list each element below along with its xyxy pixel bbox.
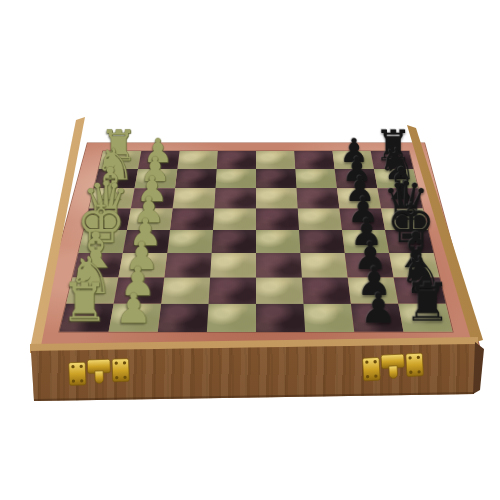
square-h7: ♟ — [351, 304, 404, 332]
square-b1: ♞ — [94, 169, 138, 188]
board-scene: ♜♟♟♜♞♟♟♞♝♟♟♝♛♟♟♛♚♟♟♚♝♟♟♝♞♟♟♞♜♟♟♜ — [0, 0, 500, 500]
square-e4 — [212, 230, 256, 253]
square-f4 — [210, 253, 256, 278]
square-a8: ♜ — [371, 151, 414, 169]
brass-latch-right-icon — [361, 347, 425, 386]
square-h3 — [158, 304, 209, 332]
square-f2: ♟ — [118, 253, 167, 278]
square-h8: ♜ — [398, 304, 452, 332]
square-a7: ♟ — [332, 151, 374, 169]
piece-black-rook: ♜ — [404, 277, 451, 330]
square-a1: ♜ — [99, 151, 142, 169]
piece-black-rook: ♜ — [374, 125, 412, 167]
square-b7: ♟ — [335, 169, 378, 188]
square-g4 — [209, 278, 256, 304]
piece-white-rook: ♜ — [100, 125, 138, 167]
square-c5 — [256, 188, 298, 208]
square-g3 — [161, 278, 210, 304]
square-h5 — [256, 304, 305, 332]
piece-white-pawn: ♟ — [143, 135, 173, 168]
square-e5 — [256, 230, 300, 253]
square-c7: ♟ — [337, 188, 381, 208]
square-b3 — [175, 169, 217, 188]
square-a5 — [256, 151, 295, 169]
square-d8: ♛ — [381, 208, 428, 230]
square-b4 — [216, 169, 256, 188]
square-h6 — [303, 304, 354, 332]
square-d3 — [170, 208, 214, 230]
square-h2: ♟ — [109, 304, 162, 332]
square-c3 — [173, 188, 216, 208]
square-e3 — [167, 230, 213, 253]
chess-board: ♜♟♟♜♞♟♟♞♝♟♟♝♛♟♟♛♚♟♟♚♝♟♟♝♞♟♟♞♜♟♟♜ — [32, 143, 480, 346]
square-b6 — [295, 169, 337, 188]
piece-black-pawn: ♟ — [356, 262, 392, 302]
square-g2: ♟ — [114, 278, 165, 304]
square-f1: ♝ — [73, 253, 123, 278]
square-f3 — [164, 253, 211, 278]
square-c1: ♝ — [89, 188, 134, 208]
square-a2: ♟ — [138, 151, 180, 169]
square-g1: ♞ — [66, 278, 118, 304]
square-e8: ♚ — [385, 230, 434, 253]
square-d1: ♛ — [84, 208, 131, 230]
square-d2: ♟ — [127, 208, 173, 230]
square-c2: ♟ — [131, 188, 175, 208]
square-a3 — [177, 151, 217, 169]
square-e7: ♟ — [342, 230, 389, 253]
square-e1: ♚ — [78, 230, 127, 253]
board-grid: ♜♟♟♜♞♟♟♞♝♟♟♝♛♟♟♛♚♟♟♚♝♟♟♝♞♟♟♞♜♟♟♜ — [59, 151, 452, 332]
square-d5 — [256, 208, 299, 230]
square-h1: ♜ — [59, 304, 113, 332]
square-d6 — [298, 208, 342, 230]
brass-latch-left-icon — [67, 353, 130, 391]
square-g8: ♞ — [394, 278, 446, 304]
piece-white-rook: ♜ — [61, 277, 108, 330]
square-d4 — [213, 208, 256, 230]
square-f5 — [256, 253, 302, 278]
square-e2: ♟ — [123, 230, 170, 253]
square-f6 — [300, 253, 347, 278]
board-marble-border: ♜♟♟♜♞♟♟♞♝♟♟♝♛♟♟♛♚♟♟♚♝♟♟♝♞♟♟♞♜♟♟♜ — [32, 143, 480, 346]
square-f7: ♟ — [345, 253, 394, 278]
square-c6 — [296, 188, 339, 208]
square-b2: ♟ — [135, 169, 178, 188]
square-a6 — [294, 151, 334, 169]
square-g6 — [302, 278, 351, 304]
square-g5 — [256, 278, 303, 304]
square-c4 — [214, 188, 256, 208]
square-b8: ♞ — [374, 169, 418, 188]
square-f8: ♝ — [389, 253, 439, 278]
piece-white-pawn: ♟ — [120, 262, 156, 302]
piece-black-pawn: ♟ — [339, 135, 369, 168]
square-a4 — [217, 151, 256, 169]
square-g7: ♟ — [348, 278, 399, 304]
chess-set-photo: ♜♟♟♜♞♟♟♞♝♟♟♝♛♟♟♛♚♟♟♚♝♟♟♝♞♟♟♞♜♟♟♜ — [0, 0, 500, 500]
square-b5 — [256, 169, 296, 188]
square-d7: ♟ — [339, 208, 385, 230]
square-e6 — [299, 230, 345, 253]
square-h4 — [207, 304, 256, 332]
square-c8: ♝ — [377, 188, 422, 208]
